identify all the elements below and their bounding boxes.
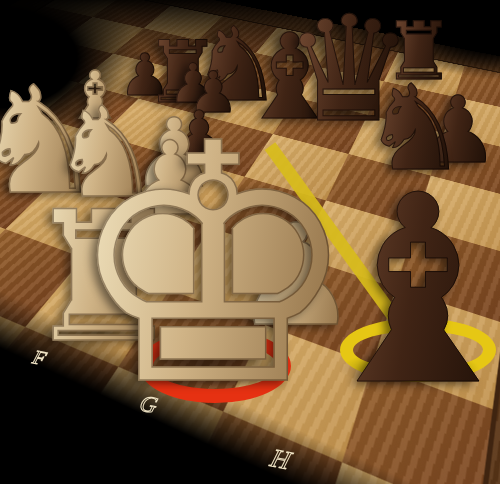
chess-3d-scene: F G H ♞♝♞♟♟♜♟♚♟♜♟♟♞♝♛♟♞♜♟♝: [0, 0, 500, 484]
board-grid: [0, 0, 500, 484]
last-move-ring-bishop-h2: [340, 318, 496, 382]
chess-board: [0, 0, 500, 484]
check-ring-king-g1: [139, 329, 291, 403]
